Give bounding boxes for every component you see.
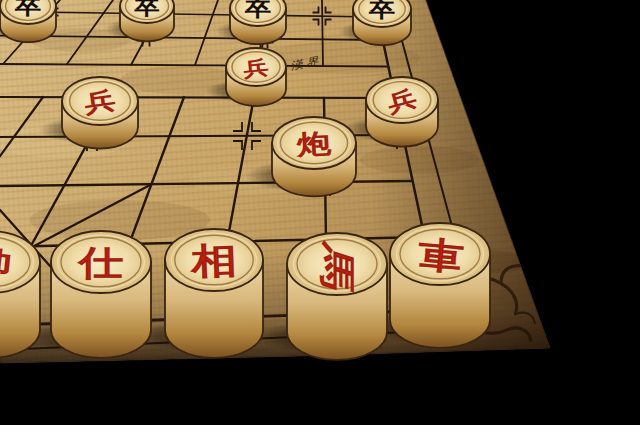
piece-red-elephant[interactable]: 相 xyxy=(165,229,263,358)
piece-glyph: 馬 xyxy=(316,240,358,294)
xiangqi-board: 漢界 卒卒卒卒兵兵兵炮帥仕相馬車 xyxy=(0,0,640,425)
piece-glyph: 車 xyxy=(415,232,464,278)
piece-glyph: 卒 xyxy=(244,0,271,21)
piece-red-advisor[interactable]: 仕 xyxy=(51,231,151,358)
piece-black-soldier-2[interactable]: 卒 xyxy=(120,0,174,41)
piece-red-soldier-advanced[interactable]: 兵 xyxy=(226,48,286,106)
piece-glyph: 仕 xyxy=(76,243,123,284)
piece-red-horse[interactable]: 馬 xyxy=(287,233,387,360)
piece-black-soldier-1[interactable]: 卒 xyxy=(0,0,56,42)
piece-black-soldier-3[interactable]: 卒 xyxy=(230,0,286,44)
xiangqi-scene: 漢界 卒卒卒卒兵兵兵炮帥仕相馬車 xyxy=(0,0,640,425)
piece-glyph: 兵 xyxy=(241,55,269,80)
piece-glyph: 相 xyxy=(188,239,238,282)
piece-glyph: 卒 xyxy=(14,0,41,19)
piece-glyph: 炮 xyxy=(295,128,332,160)
piece-glyph: 兵 xyxy=(83,86,118,119)
piece-glyph: 卒 xyxy=(368,0,395,22)
piece-red-soldier-right[interactable]: 兵 xyxy=(366,77,438,147)
piece-red-general-partial[interactable]: 帥 xyxy=(0,231,40,358)
piece-red-chariot[interactable]: 車 xyxy=(390,223,490,348)
piece-red-cannon[interactable]: 炮 xyxy=(272,117,356,196)
piece-red-soldier-left[interactable]: 兵 xyxy=(62,77,138,149)
piece-black-soldier-4[interactable]: 卒 xyxy=(353,0,411,45)
piece-glyph: 卒 xyxy=(133,0,159,18)
